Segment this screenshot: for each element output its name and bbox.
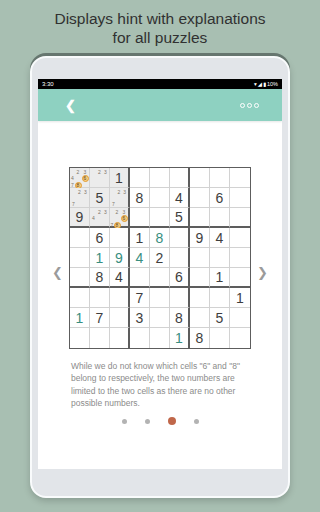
hint-text: While we do not know which cells "6" and… [71, 360, 249, 410]
sudoku-cell-r9c7[interactable]: 8 [190, 328, 210, 348]
pencil-note-5 [75, 175, 82, 182]
sudoku-cell-r9c4[interactable] [130, 328, 150, 348]
sudoku-cell-r9c1[interactable] [70, 328, 90, 348]
prev-puzzle-arrow[interactable]: ❮ [52, 265, 63, 280]
page-dot-2[interactable] [145, 419, 150, 424]
app-header: ❮ [38, 89, 282, 121]
cell-digit: 1 [76, 310, 84, 326]
cell-digit: 6 [175, 269, 183, 285]
cell-digit: 6 [96, 230, 104, 246]
sudoku-cell-r5c9[interactable] [230, 248, 250, 268]
pencil-note-3: 3 [82, 169, 89, 175]
sudoku-cell-r2c7[interactable] [190, 188, 210, 208]
cell-digit: 4 [136, 250, 144, 266]
sudoku-cell-r9c9[interactable] [230, 328, 250, 348]
sudoku-cell-r2c8[interactable]: 6 [210, 188, 230, 208]
battery-icon: ▮ [263, 79, 266, 89]
page-dot-1[interactable] [122, 419, 127, 424]
sudoku-cell-r8c8[interactable]: 5 [210, 308, 230, 328]
sudoku-cell-r6c2[interactable]: 8 [90, 268, 110, 288]
sudoku-cell-r3c2[interactable]: 234 [90, 208, 110, 228]
cell-digit: 8 [96, 269, 104, 285]
cell-digit: 1 [216, 269, 224, 285]
sudoku-cell-r2c2[interactable]: 5 [90, 188, 110, 208]
pencil-note-3: 3 [121, 209, 128, 215]
sudoku-cell-r4c3[interactable] [110, 228, 130, 248]
cell-digit: 5 [175, 209, 183, 225]
sudoku-cell-r1c4[interactable] [130, 168, 150, 188]
sudoku-cell-r6c6[interactable]: 6 [170, 268, 190, 288]
sudoku-cell-r4c7[interactable]: 9 [190, 228, 210, 248]
pencil-note-9 [122, 201, 128, 207]
sudoku-cell-r3c1[interactable]: 9 [70, 208, 90, 228]
sudoku-cell-r2c6[interactable]: 4 [170, 188, 190, 208]
sudoku-grid: 2346782312375237846923423678561894194284… [70, 168, 250, 348]
cell-digit: 7 [96, 310, 104, 326]
sudoku-cell-r1c7[interactable] [190, 168, 210, 188]
sudoku-cell-r1c8[interactable] [210, 168, 230, 188]
banner-title-line2: for all puzzles [0, 28, 320, 47]
cell-digit: 1 [115, 170, 123, 186]
cell-digit: 4 [216, 230, 224, 246]
pencil-note-5 [114, 215, 121, 222]
pencil-notes: 23 [91, 169, 109, 187]
cell-digit: 6 [216, 190, 224, 206]
sudoku-cell-r2c1[interactable]: 237 [70, 188, 90, 208]
cell-digit: 1 [136, 230, 144, 246]
sudoku-cell-r3c4[interactable] [130, 208, 150, 228]
sudoku-cell-r9c5[interactable] [150, 328, 170, 348]
sudoku-cell-r6c9[interactable] [230, 268, 250, 288]
cell-digit: 4 [175, 190, 183, 206]
sudoku-cell-r7c1[interactable] [70, 288, 90, 308]
sudoku-cell-r2c3[interactable]: 237 [110, 188, 130, 208]
pencil-note-9 [83, 201, 89, 207]
sudoku-cell-r5c4[interactable]: 4 [130, 248, 150, 268]
sudoku-cell-r7c9[interactable]: 1 [230, 288, 250, 308]
cell-digit: 1 [175, 330, 183, 346]
sudoku-cell-r5c1[interactable] [70, 248, 90, 268]
cell-digit: 8 [175, 310, 183, 326]
sudoku-cell-r8c4[interactable]: 3 [130, 308, 150, 328]
tablet-mockup: 3:30 ▾ ◢ ▮ 10% ❮ 23467823123752378469234… [30, 56, 290, 498]
sudoku-cell-r6c8[interactable]: 1 [210, 268, 230, 288]
signal-icon: ◢ [258, 79, 262, 89]
sudoku-cell-r5c2[interactable]: 1 [90, 248, 110, 268]
cell-digit: 5 [96, 190, 104, 206]
sudoku-cell-r6c5[interactable] [150, 268, 170, 288]
cell-digit: 4 [115, 269, 123, 285]
cell-digit: 9 [76, 209, 84, 225]
cell-digit: 3 [136, 310, 144, 326]
pencil-notes: 234 [91, 209, 109, 226]
pencil-notes: 23678 [111, 209, 128, 226]
pencil-note-6: 6 [82, 175, 89, 182]
cell-digit: 1 [96, 250, 104, 266]
sudoku-cell-r9c2[interactable] [90, 328, 110, 348]
pagination-dots [38, 417, 282, 425]
sudoku-cell-r1c5[interactable] [150, 168, 170, 188]
back-button[interactable]: ❮ [65, 98, 76, 113]
pencil-note-6: 6 [121, 215, 128, 222]
pencil-notes: 237 [111, 189, 128, 207]
sudoku-cell-r5c8[interactable] [210, 248, 230, 268]
sudoku-cell-r1c9[interactable] [230, 168, 250, 188]
sudoku-cell-r7c3[interactable] [110, 288, 130, 308]
banner-title-line1: Displays hint with explanations [0, 9, 320, 28]
menu-circle-icon [240, 103, 245, 108]
sudoku-cell-r8c1[interactable]: 1 [70, 308, 90, 328]
wifi-icon: ▾ [254, 79, 257, 89]
status-bar: 3:30 ▾ ◢ ▮ 10% [38, 79, 282, 89]
pencil-note-9 [103, 181, 109, 187]
status-time: 3:30 [42, 79, 54, 89]
sudoku-cell-r9c3[interactable] [110, 328, 130, 348]
menu-circle-icon [254, 103, 259, 108]
sudoku-cell-r3c6[interactable]: 5 [170, 208, 190, 228]
sudoku-cell-r4c1[interactable] [70, 228, 90, 248]
sudoku-cell-r4c6[interactable] [170, 228, 190, 248]
sudoku-cell-r4c2[interactable]: 6 [90, 228, 110, 248]
sudoku-cell-r7c6[interactable] [170, 288, 190, 308]
sudoku-cell-r8c9[interactable] [230, 308, 250, 328]
app-screen: 3:30 ▾ ◢ ▮ 10% ❮ 23467823123752378469234… [38, 79, 282, 469]
cell-digit: 2 [156, 250, 164, 266]
page-dot-4[interactable] [194, 419, 199, 424]
sudoku-cell-r5c5[interactable]: 2 [150, 248, 170, 268]
next-puzzle-arrow[interactable]: ❯ [257, 265, 268, 280]
sudoku-cell-r1c2[interactable]: 23 [90, 168, 110, 188]
sudoku-cell-r1c3[interactable]: 1 [110, 168, 130, 188]
sudoku-cell-r8c2[interactable]: 7 [90, 308, 110, 328]
cell-digit: 7 [136, 290, 144, 306]
sudoku-cell-r3c8[interactable] [210, 208, 230, 228]
page-dot-3[interactable] [168, 417, 176, 425]
cell-digit: 5 [216, 310, 224, 326]
sudoku-cell-r7c5[interactable] [150, 288, 170, 308]
sudoku-cell-r6c4[interactable] [130, 268, 150, 288]
cell-digit: 8 [196, 330, 204, 346]
sudoku-cell-r1c6[interactable] [170, 168, 190, 188]
sudoku-board: 2346782312375237846923423678561894194284… [69, 167, 251, 349]
sudoku-cell-r2c4[interactable]: 8 [130, 188, 150, 208]
cell-digit: 9 [115, 250, 123, 266]
sudoku-cell-r4c8[interactable]: 4 [210, 228, 230, 248]
sudoku-cell-r6c1[interactable] [70, 268, 90, 288]
overflow-menu-button[interactable] [240, 103, 259, 108]
menu-circle-icon [247, 103, 252, 108]
cell-digit: 1 [236, 290, 244, 306]
pencil-notes: 237 [71, 189, 89, 207]
sudoku-cell-r4c4[interactable]: 1 [130, 228, 150, 248]
sudoku-cell-r7c4[interactable]: 7 [130, 288, 150, 308]
sudoku-cell-r8c5[interactable] [150, 308, 170, 328]
sudoku-cell-r9c8[interactable] [210, 328, 230, 348]
sudoku-cell-r9c6[interactable]: 1 [170, 328, 190, 348]
sudoku-cell-r3c5[interactable] [150, 208, 170, 228]
sudoku-cell-r6c3[interactable]: 4 [110, 268, 130, 288]
sudoku-cell-r5c6[interactable] [170, 248, 190, 268]
sudoku-cell-r8c6[interactable]: 8 [170, 308, 190, 328]
battery-percent: 10% [267, 79, 278, 89]
sudoku-cell-r6c7[interactable] [190, 268, 210, 288]
sudoku-cell-r8c3[interactable] [110, 308, 130, 328]
sudoku-cell-r4c9[interactable] [230, 228, 250, 248]
sudoku-cell-r5c7[interactable] [190, 248, 210, 268]
banner-title: Displays hint with explanations for all … [0, 9, 320, 47]
sudoku-cell-r3c9[interactable] [230, 208, 250, 228]
cell-digit: 8 [156, 230, 164, 246]
sudoku-cell-r1c1[interactable]: 234678 [70, 168, 90, 188]
sudoku-cell-r7c2[interactable] [90, 288, 110, 308]
sudoku-cell-r4c5[interactable]: 8 [150, 228, 170, 248]
sudoku-cell-r2c9[interactable] [230, 188, 250, 208]
sudoku-cell-r8c7[interactable] [190, 308, 210, 328]
sudoku-cell-r5c3[interactable]: 9 [110, 248, 130, 268]
cell-digit: 9 [196, 230, 204, 246]
sudoku-cell-r3c3[interactable]: 23678 [110, 208, 130, 228]
sudoku-cell-r7c7[interactable] [190, 288, 210, 308]
cell-digit: 8 [136, 190, 144, 206]
sudoku-cell-r3c7[interactable] [190, 208, 210, 228]
sudoku-cell-r7c8[interactable] [210, 288, 230, 308]
pencil-note-9 [103, 221, 109, 226]
sudoku-cell-r2c5[interactable] [150, 188, 170, 208]
pencil-notes: 234678 [71, 169, 89, 187]
